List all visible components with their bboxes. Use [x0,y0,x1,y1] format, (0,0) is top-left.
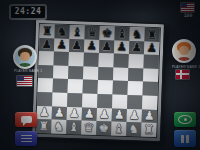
square-f8[interactable]: ♝ [114,27,129,41]
player-left-avatar[interactable] [13,45,37,69]
piece-white-pawn[interactable]: ♟ [99,108,110,120]
square-b3[interactable] [52,92,67,106]
square-a1[interactable]: ♜ [36,119,51,133]
top-right-us-flag-icon [181,3,194,12]
piece-black-knight[interactable]: ♞ [57,25,68,37]
player-left-name: PLAYER NAME 1 [14,69,36,72]
piece-white-knight[interactable]: ♞ [53,120,64,132]
square-d6[interactable] [83,53,98,67]
square-h3[interactable] [142,96,157,110]
square-e7[interactable]: ♟ [99,40,114,54]
square-c4[interactable] [68,79,83,93]
square-d7[interactable]: ♟ [84,39,99,53]
us-flag-canton [181,3,187,7]
piece-white-pawn[interactable]: ♟ [114,109,125,121]
player-right-name: PLAYER NAME 2 [172,65,194,68]
square-g1[interactable]: ♞ [126,122,141,136]
square-a6[interactable] [39,51,54,65]
square-a7[interactable]: ♟ [39,38,54,52]
square-d2[interactable]: ♟ [82,107,97,121]
piece-black-pawn[interactable]: ♟ [146,42,157,54]
piece-black-king[interactable]: ♚ [102,27,113,39]
pause-icon [181,135,189,143]
piece-black-pawn[interactable]: ♟ [86,40,97,52]
square-e1[interactable]: ♚ [96,121,111,135]
square-g4[interactable] [128,81,143,95]
square-e8[interactable]: ♚ [99,26,114,40]
piece-white-pawn[interactable]: ♟ [144,110,155,122]
square-c1[interactable]: ♝ [66,120,81,134]
piece-white-pawn[interactable]: ♟ [84,108,95,120]
game-screen: 24:24 180 PLAYER NAME 1 PLAYER NAME 2 ♜♞… [0,0,200,150]
piece-white-rook[interactable]: ♜ [38,120,49,132]
square-h8[interactable]: ♜ [144,28,159,42]
square-c6[interactable] [68,52,83,66]
piece-white-bishop[interactable]: ♝ [68,121,79,133]
square-e6[interactable] [98,53,113,67]
piece-black-pawn[interactable]: ♟ [101,40,112,52]
square-a4[interactable] [38,78,53,92]
piece-black-pawn[interactable]: ♟ [41,38,52,50]
square-f2[interactable]: ♟ [112,108,127,122]
player-right-denmark-flag-icon [176,70,189,79]
square-d1[interactable]: ♛ [81,121,96,135]
piece-white-knight[interactable]: ♞ [128,123,139,135]
piece-white-king[interactable]: ♚ [98,122,109,134]
piece-black-pawn[interactable]: ♟ [116,41,127,53]
square-g7[interactable]: ♟ [129,41,144,55]
avatar-face [179,46,188,55]
hamburger-menu-icon [21,135,32,143]
piece-black-knight[interactable]: ♞ [132,28,143,40]
avatar-torso [19,63,31,69]
piece-white-pawn[interactable]: ♟ [54,107,65,119]
player-left-us-flag-icon [17,76,32,86]
chat-button[interactable] [15,112,37,127]
square-f7[interactable]: ♟ [114,40,129,54]
square-b5[interactable] [53,65,68,79]
piece-white-pawn[interactable]: ♟ [69,107,80,119]
square-c8[interactable]: ♝ [69,25,84,39]
square-a8[interactable]: ♜ [39,24,54,38]
square-c3[interactable] [67,93,82,107]
square-e4[interactable] [98,80,113,94]
pause-button[interactable] [174,130,196,147]
square-h1[interactable]: ♜ [141,123,156,137]
square-g5[interactable] [128,68,143,82]
square-g8[interactable]: ♞ [129,27,144,41]
square-e5[interactable] [98,67,113,81]
square-b1[interactable]: ♞ [51,120,66,134]
square-b7[interactable]: ♟ [54,38,69,52]
menu-button[interactable] [15,131,37,146]
square-g2[interactable]: ♟ [127,109,142,123]
square-f3[interactable] [112,94,127,108]
square-h4[interactable] [142,82,157,96]
piece-white-queen[interactable]: ♛ [83,121,94,133]
square-d8[interactable]: ♛ [84,26,99,40]
square-b2[interactable]: ♟ [52,106,67,120]
square-b6[interactable] [54,52,69,66]
square-f4[interactable] [113,81,128,95]
square-d4[interactable] [83,80,98,94]
eye-icon [178,115,192,124]
square-a3[interactable] [37,92,52,106]
piece-white-rook[interactable]: ♜ [143,124,154,136]
square-c7[interactable]: ♟ [69,39,84,53]
square-h6[interactable] [143,55,158,69]
square-b8[interactable]: ♞ [54,24,69,38]
chess-board-frame: ♜♞♝♛♚♝♞♜♟♟♟♟♟♟♟♟♟♟♟♟♟♟♟♟♜♞♝♛♚♝♞♜ [31,19,165,142]
square-d5[interactable] [83,66,98,80]
piece-black-pawn[interactable]: ♟ [71,39,82,51]
square-g6[interactable] [128,54,143,68]
piece-black-pawn[interactable]: ♟ [56,39,67,51]
us-flag-canton [17,76,24,81]
chat-bubble-icon [21,116,32,123]
piece-white-bishop[interactable]: ♝ [113,123,124,135]
piece-black-bishop[interactable]: ♝ [117,27,128,39]
square-h2[interactable]: ♟ [142,109,157,123]
view-button[interactable] [174,112,196,127]
square-c2[interactable]: ♟ [67,106,82,120]
piece-black-rook[interactable]: ♜ [147,28,158,40]
square-f5[interactable] [113,67,128,81]
top-right-value: 180 [180,12,196,18]
square-d3[interactable] [82,93,97,107]
square-h7[interactable]: ♟ [144,41,159,55]
piece-black-queen[interactable]: ♛ [87,26,98,38]
piece-black-pawn[interactable]: ♟ [131,42,142,54]
move-timer: 24:24 [9,4,47,20]
piece-white-pawn[interactable]: ♟ [39,106,50,118]
square-h5[interactable] [143,68,158,82]
square-e3[interactable] [97,94,112,108]
piece-white-pawn[interactable]: ♟ [129,109,140,121]
square-a2[interactable]: ♟ [37,105,52,119]
piece-black-rook[interactable]: ♜ [42,25,53,37]
chess-board[interactable]: ♜♞♝♛♚♝♞♜♟♟♟♟♟♟♟♟♟♟♟♟♟♟♟♟♜♞♝♛♚♝♞♜ [35,23,161,138]
flag-cross [176,73,189,75]
square-b4[interactable] [53,79,68,93]
avatar-torso [178,57,190,63]
square-g3[interactable] [127,95,142,109]
piece-black-bishop[interactable]: ♝ [72,26,83,38]
square-f1[interactable]: ♝ [111,122,126,136]
player-right-avatar[interactable] [172,39,196,63]
square-f6[interactable] [113,54,128,68]
square-e2[interactable]: ♟ [97,108,112,122]
square-c5[interactable] [68,66,83,80]
avatar-face [20,52,29,61]
